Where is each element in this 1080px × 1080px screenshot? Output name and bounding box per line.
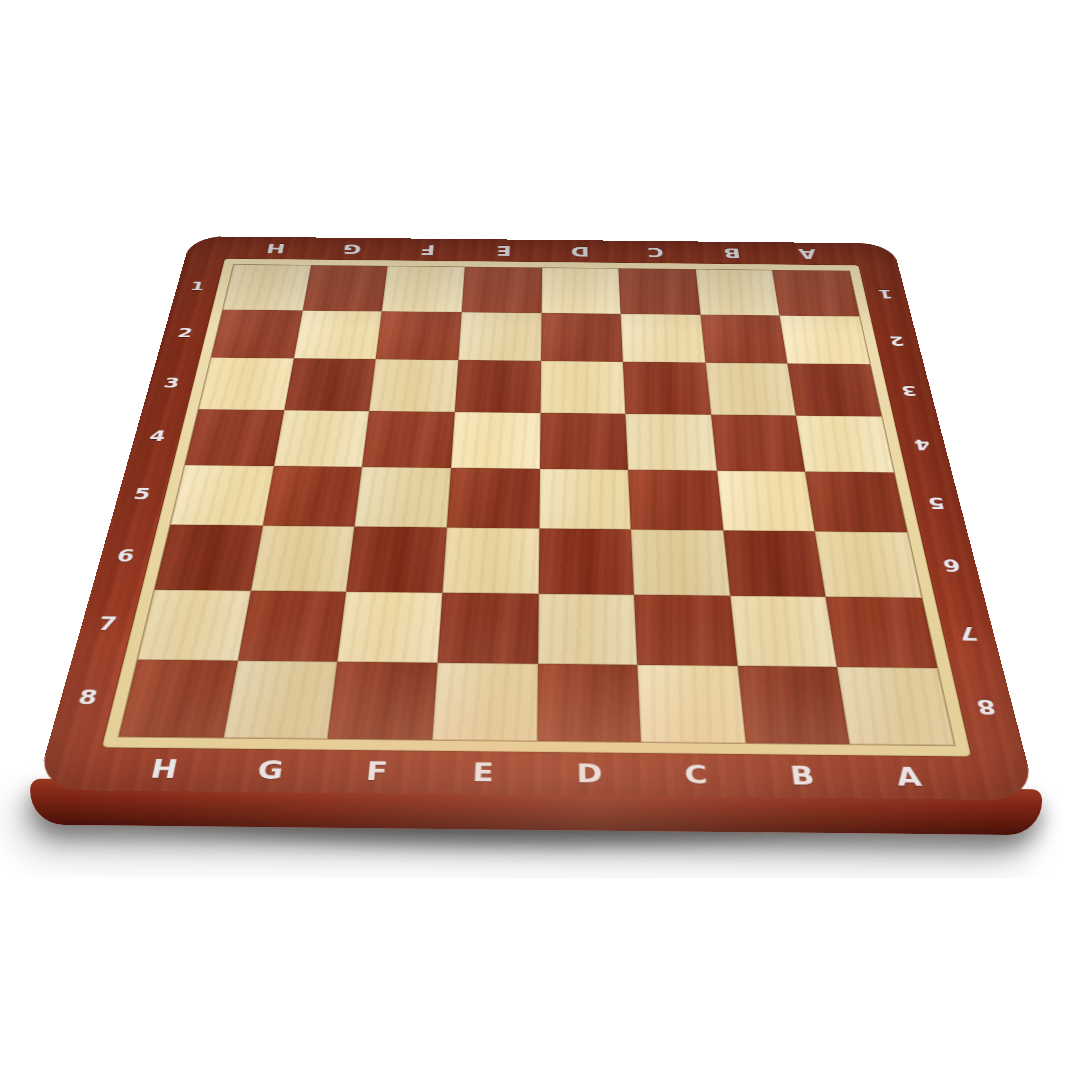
square-e5[interactable] — [447, 468, 540, 529]
square-h5[interactable] — [170, 465, 273, 526]
square-f2[interactable] — [376, 311, 462, 360]
square-h3[interactable] — [199, 358, 294, 411]
square-h6[interactable] — [155, 525, 263, 591]
square-a7[interactable] — [826, 597, 938, 669]
square-b3[interactable] — [705, 363, 796, 416]
square-c1[interactable] — [619, 269, 701, 315]
file-label-a: A — [768, 242, 848, 265]
file-labels-bottom: HGFEDCBA — [106, 748, 967, 800]
square-h7[interactable] — [137, 590, 250, 661]
square-g4[interactable] — [274, 410, 370, 467]
file-label-d: D — [542, 240, 619, 263]
square-e4[interactable] — [451, 412, 540, 469]
square-g8[interactable] — [223, 661, 337, 739]
square-b8[interactable] — [737, 666, 850, 744]
square-c5[interactable] — [628, 469, 723, 530]
file-label-b: B — [747, 754, 859, 798]
square-h8[interactable] — [119, 660, 238, 738]
square-c3[interactable] — [623, 362, 711, 415]
square-d3[interactable] — [540, 361, 625, 414]
square-d6[interactable] — [538, 529, 634, 595]
square-b1[interactable] — [696, 269, 780, 315]
square-g2[interactable] — [294, 310, 382, 359]
square-f1[interactable] — [382, 266, 465, 312]
square-c2[interactable] — [621, 314, 706, 363]
file-label-a: A — [852, 755, 967, 799]
chess-board: HGFEDCBA HGFEDCBA 12345678 12345678 — [35, 236, 1037, 800]
square-d8[interactable] — [537, 664, 641, 742]
square-b7[interactable] — [730, 596, 837, 668]
square-f3[interactable] — [369, 359, 458, 412]
board-squares — [119, 265, 955, 746]
square-c7[interactable] — [634, 595, 737, 667]
photo-backdrop: HGFEDCBA HGFEDCBA 12345678 12345678 — [0, 198, 1080, 878]
square-a6[interactable] — [815, 531, 922, 597]
file-label-d: D — [536, 752, 644, 796]
square-h4[interactable] — [185, 409, 284, 465]
file-label-h: H — [235, 237, 316, 260]
square-f5[interactable] — [355, 467, 451, 528]
square-b4[interactable] — [711, 415, 806, 472]
square-b5[interactable] — [717, 470, 815, 531]
square-d2[interactable] — [541, 313, 623, 362]
square-a5[interactable] — [805, 471, 907, 532]
file-label-e: E — [465, 239, 542, 262]
square-f6[interactable] — [346, 527, 446, 593]
square-e3[interactable] — [455, 360, 541, 413]
file-label-g: G — [213, 749, 326, 793]
square-h1[interactable] — [223, 265, 311, 311]
file-label-f: F — [321, 750, 432, 794]
square-c8[interactable] — [637, 665, 745, 743]
square-f4[interactable] — [362, 411, 454, 468]
square-e6[interactable] — [442, 528, 539, 594]
file-label-g: G — [312, 238, 391, 261]
square-c6[interactable] — [631, 530, 730, 596]
file-label-b: B — [693, 241, 772, 264]
square-e1[interactable] — [462, 267, 542, 313]
file-label-c: C — [642, 753, 752, 797]
square-e7[interactable] — [437, 593, 538, 665]
square-g6[interactable] — [251, 526, 355, 592]
square-a1[interactable] — [772, 270, 859, 316]
file-label-e: E — [428, 751, 536, 795]
square-a4[interactable] — [796, 416, 894, 473]
square-e8[interactable] — [432, 663, 537, 741]
square-a8[interactable] — [837, 667, 954, 745]
square-e2[interactable] — [458, 312, 541, 361]
square-a2[interactable] — [780, 315, 870, 364]
square-d7[interactable] — [537, 594, 637, 666]
square-d1[interactable] — [541, 268, 621, 314]
square-f8[interactable] — [328, 662, 438, 740]
square-g3[interactable] — [284, 358, 376, 411]
square-b6[interactable] — [723, 530, 826, 596]
square-h2[interactable] — [211, 310, 302, 359]
square-c4[interactable] — [625, 414, 716, 471]
square-d5[interactable] — [539, 469, 631, 530]
square-f7[interactable] — [337, 592, 442, 664]
square-d4[interactable] — [540, 413, 629, 470]
square-g5[interactable] — [263, 466, 363, 527]
file-label-h: H — [106, 748, 222, 792]
square-g1[interactable] — [302, 265, 387, 311]
file-label-c: C — [617, 241, 695, 264]
page: { "game": "chess", "position": "8/8/8/8/… — [0, 0, 1080, 1080]
square-g7[interactable] — [237, 591, 346, 662]
square-a3[interactable] — [788, 364, 882, 417]
file-label-f: F — [388, 238, 466, 261]
square-b2[interactable] — [700, 315, 787, 364]
